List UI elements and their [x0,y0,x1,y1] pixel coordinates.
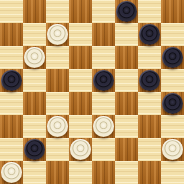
square-h3[interactable] [161,115,184,138]
checkers-board [0,0,184,184]
square-d7[interactable] [69,23,92,46]
piece-white-man-h2[interactable] [162,139,183,160]
square-c2[interactable] [46,138,69,161]
square-g7[interactable] [138,23,161,46]
square-c5[interactable] [46,69,69,92]
square-h6[interactable] [161,46,184,69]
square-a5[interactable] [0,69,23,92]
square-g3[interactable] [138,115,161,138]
piece-dark-man-a5[interactable] [1,70,22,91]
square-a1[interactable] [0,161,23,184]
piece-dark-man-h6[interactable] [162,47,183,68]
square-g4[interactable] [138,92,161,115]
square-e4[interactable] [92,92,115,115]
square-d8[interactable] [69,0,92,23]
square-b8[interactable] [23,0,46,23]
square-e8[interactable] [92,0,115,23]
square-e5[interactable] [92,69,115,92]
square-b2[interactable] [23,138,46,161]
piece-white-man-b6[interactable] [24,47,45,68]
square-a7[interactable] [0,23,23,46]
square-g2[interactable] [138,138,161,161]
square-h5[interactable] [161,69,184,92]
square-d3[interactable] [69,115,92,138]
piece-white-man-c3[interactable] [47,116,68,137]
square-f8[interactable] [115,0,138,23]
square-g5[interactable] [138,69,161,92]
square-f6[interactable] [115,46,138,69]
square-f4[interactable] [115,92,138,115]
square-a8[interactable] [0,0,23,23]
square-g6[interactable] [138,46,161,69]
square-f1[interactable] [115,161,138,184]
square-d2[interactable] [69,138,92,161]
square-f5[interactable] [115,69,138,92]
square-h8[interactable] [161,0,184,23]
square-b5[interactable] [23,69,46,92]
square-d5[interactable] [69,69,92,92]
square-e3[interactable] [92,115,115,138]
square-c1[interactable] [46,161,69,184]
piece-dark-man-f8[interactable] [116,1,137,22]
square-d1[interactable] [69,161,92,184]
square-b4[interactable] [23,92,46,115]
piece-dark-man-b2[interactable] [24,139,45,160]
square-a6[interactable] [0,46,23,69]
square-d6[interactable] [69,46,92,69]
piece-white-man-e3[interactable] [93,116,114,137]
square-e2[interactable] [92,138,115,161]
square-c4[interactable] [46,92,69,115]
square-f2[interactable] [115,138,138,161]
square-b6[interactable] [23,46,46,69]
piece-white-man-d2[interactable] [70,139,91,160]
square-e1[interactable] [92,161,115,184]
piece-dark-man-g5[interactable] [139,70,160,91]
square-b1[interactable] [23,161,46,184]
square-h2[interactable] [161,138,184,161]
square-a2[interactable] [0,138,23,161]
square-b3[interactable] [23,115,46,138]
square-e7[interactable] [92,23,115,46]
piece-dark-man-h4[interactable] [162,93,183,114]
square-h1[interactable] [161,161,184,184]
square-b7[interactable] [23,23,46,46]
square-f3[interactable] [115,115,138,138]
square-c7[interactable] [46,23,69,46]
piece-white-man-a1[interactable] [1,162,22,183]
square-c8[interactable] [46,0,69,23]
square-d4[interactable] [69,92,92,115]
piece-dark-man-e5[interactable] [93,70,114,91]
square-c6[interactable] [46,46,69,69]
square-g1[interactable] [138,161,161,184]
square-h7[interactable] [161,23,184,46]
piece-dark-man-g7[interactable] [139,24,160,45]
square-c3[interactable] [46,115,69,138]
square-g8[interactable] [138,0,161,23]
square-e6[interactable] [92,46,115,69]
square-h4[interactable] [161,92,184,115]
square-f7[interactable] [115,23,138,46]
square-a3[interactable] [0,115,23,138]
square-a4[interactable] [0,92,23,115]
piece-white-man-c7[interactable] [47,24,68,45]
